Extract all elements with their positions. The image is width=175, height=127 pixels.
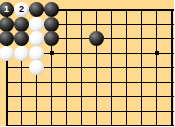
- black-stone[interactable]: [14, 17, 29, 32]
- black-stone[interactable]: [14, 31, 29, 46]
- black-stone[interactable]: [44, 17, 59, 32]
- move-number-label: 2: [19, 2, 24, 17]
- white-stone[interactable]: [29, 60, 44, 75]
- black-stone[interactable]: [44, 2, 59, 17]
- grid-line-horizontal: [6, 82, 175, 83]
- move-number-label: 1: [4, 2, 9, 17]
- star-point: [50, 51, 54, 55]
- white-stone[interactable]: [14, 46, 29, 61]
- black-stone[interactable]: [89, 31, 104, 46]
- white-stone[interactable]: [29, 46, 44, 61]
- grid-line-horizontal: [6, 111, 175, 112]
- black-stone[interactable]: [29, 2, 44, 17]
- star-point: [155, 51, 159, 55]
- black-stone[interactable]: [44, 31, 59, 46]
- white-stone[interactable]: 2: [14, 2, 29, 17]
- grid-line-horizontal: [6, 125, 175, 127]
- black-stone[interactable]: [0, 17, 14, 32]
- go-board-screenshot: 12: [0, 0, 174, 126]
- white-stone[interactable]: [29, 17, 44, 32]
- go-board[interactable]: 12: [0, 0, 174, 126]
- black-stone[interactable]: [0, 31, 14, 46]
- grid-line-horizontal: [6, 96, 175, 97]
- white-stone[interactable]: [29, 31, 44, 46]
- black-stone[interactable]: 1: [0, 2, 14, 17]
- white-stone[interactable]: [0, 46, 14, 61]
